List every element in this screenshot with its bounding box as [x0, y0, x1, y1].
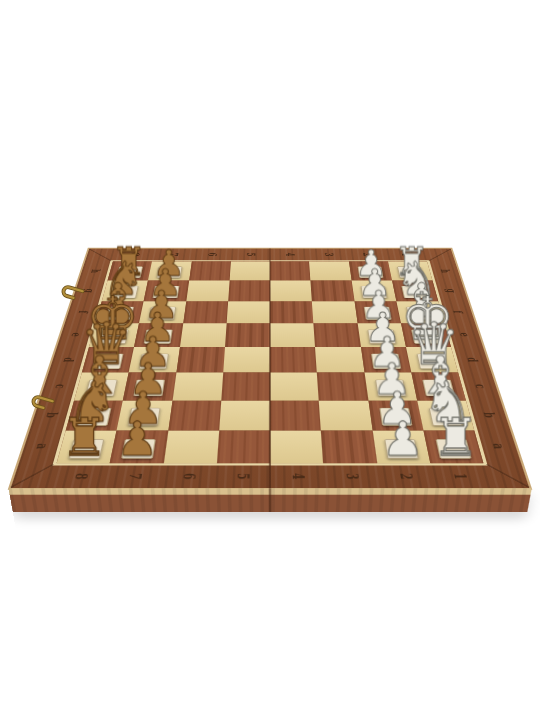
- square-a5: [217, 430, 270, 463]
- file-label-right-b: b: [480, 412, 497, 418]
- board-front-edge: [8, 488, 532, 512]
- frame-miter: [10, 464, 54, 488]
- square-b6: [168, 400, 221, 430]
- square-f3: [312, 301, 357, 323]
- rank-label-near-3: 3: [343, 473, 360, 480]
- file-label-left-d: d: [60, 357, 76, 362]
- square-g4: [270, 281, 312, 302]
- piece-white-pawn: ♟: [382, 418, 424, 460]
- rank-label-near-4: 4: [289, 473, 306, 480]
- square-f6: [183, 301, 228, 323]
- square-c4: [270, 373, 319, 401]
- file-label-left-h: h: [88, 269, 101, 273]
- square-a2: ♟: [372, 430, 430, 463]
- square-d3: [315, 347, 364, 373]
- square-d6: [176, 347, 225, 373]
- square-f5: [226, 301, 270, 323]
- rank-label-near-5: 5: [234, 473, 251, 480]
- square-b3: [319, 400, 372, 430]
- square-a6: [163, 430, 219, 463]
- square-a1: ♜: [423, 430, 483, 463]
- square-a8: ♜: [57, 430, 117, 463]
- file-label-right-d: d: [464, 357, 480, 362]
- square-e4: [270, 323, 315, 347]
- square-c6: [172, 373, 223, 401]
- rank-label-far-4: 4: [283, 253, 295, 256]
- square-g6: [186, 281, 229, 302]
- product-photo: ♜♟♟♜♞♟♟♞♝♟♟♝♚♟♟♚♛♟♟♛♝♟♟♝♞♟♟♞♜♟♟♜ 8877665…: [0, 0, 540, 720]
- rank-label-far-6: 6: [206, 253, 218, 256]
- file-label-right-h: h: [438, 269, 451, 273]
- square-e3: [314, 323, 361, 347]
- scene-perspective: ♜♟♟♜♞♟♟♞♝♟♟♝♚♟♟♚♛♟♟♛♝♟♟♝♞♟♟♞♜♟♟♜ 8877665…: [55, 132, 485, 562]
- square-e5: [225, 323, 270, 347]
- rank-label-near-2: 2: [397, 473, 415, 480]
- square-g3: [311, 281, 354, 302]
- square-g5: [228, 281, 270, 302]
- square-b5: [219, 400, 270, 430]
- square-d4: [270, 347, 317, 373]
- square-h5: [229, 261, 270, 280]
- square-h4: [270, 261, 311, 280]
- square-c5: [221, 373, 270, 401]
- square-a4: [270, 430, 323, 463]
- square-f4: [270, 301, 314, 323]
- rank-label-near-6: 6: [180, 473, 197, 480]
- rank-label-near-8: 8: [71, 473, 89, 480]
- file-label-right-c: c: [472, 384, 488, 388]
- frame-miter: [486, 464, 530, 488]
- square-e6: [180, 323, 227, 347]
- square-h6: [189, 261, 231, 280]
- file-label-right-a: a: [489, 444, 507, 450]
- square-d5: [223, 347, 270, 373]
- square-a7: ♟: [110, 430, 168, 463]
- piece-white-rook: ♜: [433, 414, 479, 461]
- rank-label-far-3: 3: [322, 253, 334, 256]
- square-c3: [317, 373, 368, 401]
- rank-label-near-1: 1: [451, 473, 469, 480]
- file-label-left-a: a: [33, 444, 51, 450]
- piece-black-pawn: ♟: [116, 418, 158, 460]
- square-b4: [270, 400, 321, 430]
- square-a3: [321, 430, 377, 463]
- rank-label-near-7: 7: [125, 473, 143, 480]
- rank-label-far-5: 5: [245, 253, 257, 256]
- square-h3: [309, 261, 351, 280]
- piece-black-rook: ♜: [61, 414, 107, 461]
- chess-board: ♜♟♟♜♞♟♟♞♝♟♟♝♚♟♟♚♛♟♟♛♝♟♟♝♞♟♟♞♜♟♟♜ 8877665…: [8, 248, 533, 490]
- file-label-left-c: c: [52, 384, 68, 388]
